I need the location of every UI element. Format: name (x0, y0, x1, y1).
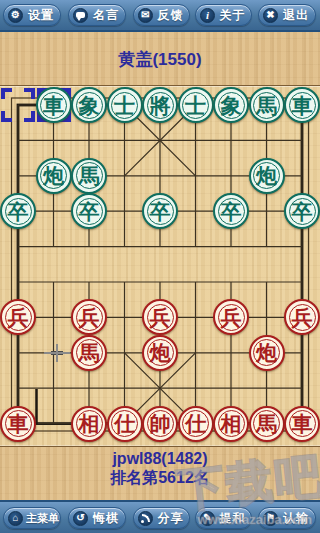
offer-draw-button[interactable]: ✎ 提和 (195, 507, 252, 529)
opponent-name-rating: 黄盖(1550) (0, 48, 320, 71)
piece-black[interactable]: 車 (284, 87, 320, 123)
piece-black[interactable]: 士 (178, 87, 214, 123)
player-name-rating: jpwl88(1482) (0, 450, 320, 468)
piece-red[interactable]: 兵 (142, 299, 178, 335)
piece-red[interactable]: 車 (284, 406, 320, 442)
piece-red[interactable]: 馬 (71, 335, 107, 371)
piece-red[interactable]: 仕 (107, 406, 143, 442)
offer-draw-button-label: 提和 (220, 510, 246, 527)
main-menu-button-label: 主菜单 (26, 511, 59, 526)
about-button[interactable]: i 关于 (195, 4, 252, 26)
piece-black[interactable]: 炮 (249, 158, 285, 194)
exit-icon: ✖ (263, 8, 278, 23)
speech-bubble-icon (73, 8, 88, 23)
piece-black[interactable]: 卒 (0, 193, 36, 229)
piece-red[interactable]: 相 (71, 406, 107, 442)
game-screen: ⚙ 设置 名言 ✉ 反馈 i 关于 ✖ 退出 黄盖(1550) (0, 0, 320, 533)
player-rank: 排名第5612名 (0, 468, 320, 489)
piece-red[interactable]: 兵 (71, 299, 107, 335)
gear-icon: ⚙ (8, 8, 23, 23)
piece-red[interactable]: 炮 (142, 335, 178, 371)
settings-button[interactable]: ⚙ 设置 (3, 4, 61, 26)
piece-black[interactable]: 馬 (71, 158, 107, 194)
settings-button-label: 设置 (28, 7, 54, 24)
home-icon: ⌂ (8, 511, 23, 526)
piece-red[interactable]: 帥 (142, 406, 178, 442)
main-menu-button[interactable]: ⌂ 主菜单 (3, 507, 61, 529)
cursor-crosshair-icon (44, 344, 70, 362)
piece-red[interactable]: 兵 (213, 299, 249, 335)
piece-red[interactable]: 仕 (178, 406, 214, 442)
piece-black[interactable]: 車 (36, 87, 72, 123)
piece-black[interactable]: 卒 (284, 193, 320, 229)
quotes-button[interactable]: 名言 (68, 4, 126, 26)
bottom-toolbar: ⌂ 主菜单 ↺ 悔棋 分享 ✎ 提和 ⚑ 认输 (0, 500, 320, 533)
piece-layer: 車象士將士象馬車炮馬炮卒卒卒卒卒兵兵兵兵兵馬炮炮車相仕帥仕相馬車 (0, 87, 320, 441)
resign-button-label: 认输 (283, 510, 309, 527)
piece-red[interactable]: 車 (0, 406, 36, 442)
piece-black[interactable]: 卒 (71, 193, 107, 229)
piece-red[interactable]: 相 (213, 406, 249, 442)
resign-button[interactable]: ⚑ 认输 (258, 507, 316, 529)
piece-red[interactable]: 馬 (249, 406, 285, 442)
piece-black[interactable]: 卒 (142, 193, 178, 229)
piece-red[interactable]: 炮 (249, 335, 285, 371)
share-button-label: 分享 (158, 510, 184, 527)
piece-black[interactable]: 象 (71, 87, 107, 123)
piece-black[interactable]: 將 (142, 87, 178, 123)
share-icon (138, 511, 153, 526)
resign-flag-icon: ⚑ (263, 511, 278, 526)
mail-icon: ✉ (138, 8, 153, 23)
piece-red[interactable]: 兵 (0, 299, 36, 335)
piece-black[interactable]: 炮 (36, 158, 72, 194)
exit-button-label: 退出 (283, 7, 309, 24)
feedback-button[interactable]: ✉ 反馈 (133, 4, 190, 26)
last-move-marker (1, 88, 35, 122)
piece-black[interactable]: 卒 (213, 193, 249, 229)
xiangqi-board[interactable]: 車象士將士象馬車炮馬炮卒卒卒卒卒兵兵兵兵兵馬炮炮車相仕帥仕相馬車 (0, 85, 320, 447)
piece-black[interactable]: 象 (213, 87, 249, 123)
piece-black[interactable]: 士 (107, 87, 143, 123)
piece-red[interactable]: 兵 (284, 299, 320, 335)
undo-move-button-label: 悔棋 (93, 510, 119, 527)
share-button[interactable]: 分享 (133, 507, 190, 529)
about-button-label: 关于 (220, 7, 246, 24)
top-toolbar: ⚙ 设置 名言 ✉ 反馈 i 关于 ✖ 退出 (0, 0, 320, 32)
info-icon: i (200, 8, 215, 23)
undo-icon: ↺ (73, 511, 88, 526)
piece-black[interactable]: 馬 (249, 87, 285, 123)
quotes-button-label: 名言 (93, 7, 119, 24)
undo-move-button[interactable]: ↺ 悔棋 (68, 507, 126, 529)
exit-button[interactable]: ✖ 退出 (258, 4, 316, 26)
draw-pencil-icon: ✎ (200, 511, 215, 526)
feedback-button-label: 反馈 (158, 7, 184, 24)
